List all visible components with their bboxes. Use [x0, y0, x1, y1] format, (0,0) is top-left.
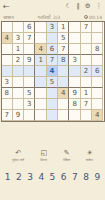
bulb-icon: ☀ [86, 150, 92, 157]
undo-button[interactable]: ↶पूर्ववत करें [12, 150, 24, 162]
undo-button-label: पूर्ववत करें [12, 158, 24, 162]
cell-r5c8[interactable]: 2 [81, 66, 92, 77]
hint-button-label: संकेत [86, 158, 93, 162]
cell-r1c8[interactable]: 7 [81, 22, 92, 33]
status-bar: आसान गलतियाँ: 2/3 00:14 [0, 13, 105, 21]
cell-r3c5[interactable]: 6 [47, 44, 58, 55]
cell-r5c7[interactable] [69, 66, 80, 77]
cell-r1c7[interactable] [69, 22, 80, 33]
topbar-icons: ☾∥⚙⋮ [66, 3, 102, 10]
numpad-1[interactable]: 1 [3, 172, 13, 182]
numpad-3[interactable]: 3 [25, 172, 35, 182]
cell-r1c5[interactable]: 3 [47, 22, 58, 33]
cell-r1c1[interactable] [2, 22, 13, 33]
numpad-4[interactable]: 4 [36, 172, 46, 182]
cell-r9c3[interactable] [24, 110, 35, 121]
cell-r5c2[interactable] [13, 66, 24, 77]
cell-r9c5[interactable] [47, 110, 58, 121]
cell-r1c4[interactable] [35, 22, 46, 33]
numpad-8[interactable]: 8 [81, 172, 91, 182]
cell-r8c2[interactable] [13, 99, 24, 110]
cell-r5c6[interactable] [58, 66, 69, 77]
cell-r2c9[interactable] [92, 33, 103, 44]
notes-button-label: पेंसिल [63, 158, 70, 162]
cell-r7c3[interactable]: 5 [24, 88, 35, 99]
hint-button[interactable]: ☀संकेत [86, 150, 93, 162]
numpad-2[interactable]: 2 [14, 172, 24, 182]
numpad-9[interactable]: 9 [92, 172, 102, 182]
cell-r9c8[interactable] [81, 110, 92, 121]
cell-r3c6[interactable]: 7 [58, 44, 69, 55]
cell-r8c6[interactable] [58, 99, 69, 110]
cell-r7c2[interactable] [13, 88, 24, 99]
cell-r2c8[interactable] [81, 33, 92, 44]
notes-button[interactable]: ✎पेंसिल [63, 150, 70, 162]
cell-r1c9[interactable] [92, 22, 103, 33]
cell-r9c9[interactable]: 4 [92, 110, 103, 121]
cell-r4c7[interactable]: 3 [69, 55, 80, 66]
cell-r4c4[interactable]: 1 [35, 55, 46, 66]
cell-r4c8[interactable] [81, 55, 92, 66]
settings-icon[interactable]: ⚙ [85, 3, 91, 10]
more-icon[interactable]: ⋮ [96, 3, 103, 10]
cell-r6c1[interactable]: 3 [2, 77, 13, 88]
cell-r3c9[interactable]: 8 [92, 44, 103, 55]
cell-r2c5[interactable] [47, 33, 58, 44]
cell-r9c4[interactable] [35, 110, 46, 121]
cell-r4c6[interactable]: 8 [58, 55, 69, 66]
cell-r8c3[interactable]: 3 [24, 99, 35, 110]
cell-r6c9[interactable] [92, 77, 103, 88]
cell-r7c5[interactable] [47, 88, 58, 99]
mistakes-counter: गलतियाँ: 2/3 [14, 15, 84, 20]
cell-r3c8[interactable] [81, 44, 92, 55]
cell-r8c8[interactable]: 7 [81, 99, 92, 110]
numpad-6[interactable]: 6 [59, 172, 69, 182]
sudoku-board: 63174375146782917834263585491387794 [1, 21, 105, 122]
number-pad: 123456789 [0, 172, 105, 182]
pencil-icon: ✎ [64, 150, 70, 157]
cell-r7c6[interactable]: 4 [58, 88, 69, 99]
eraser-icon: ◱ [40, 150, 47, 157]
cell-r4c1[interactable] [2, 55, 13, 66]
undo-icon: ↶ [15, 150, 21, 157]
cell-r4c2[interactable]: 2 [13, 55, 24, 66]
cell-r1c3[interactable]: 6 [24, 22, 35, 33]
cell-r2c4[interactable] [35, 33, 46, 44]
cell-r2c1[interactable]: 4 [2, 33, 13, 44]
timer: 00:14 [84, 15, 102, 20]
cell-r8c9[interactable] [92, 99, 103, 110]
cell-r9c1[interactable]: 7 [2, 110, 13, 121]
cell-r9c7[interactable] [69, 110, 80, 121]
cell-r3c4[interactable]: 4 [35, 44, 46, 55]
cell-r3c1[interactable] [2, 44, 13, 55]
cell-r7c1[interactable]: 8 [2, 88, 13, 99]
cell-r4c3[interactable]: 9 [24, 55, 35, 66]
cell-r6c7[interactable] [69, 77, 80, 88]
cell-r7c8[interactable]: 1 [81, 88, 92, 99]
cell-r6c3[interactable] [24, 77, 35, 88]
numpad-5[interactable]: 5 [47, 172, 57, 182]
cell-r4c5[interactable]: 7 [47, 55, 58, 66]
moon-icon[interactable]: ☾ [66, 3, 72, 10]
cell-r9c6[interactable] [58, 110, 69, 121]
cell-r3c7[interactable] [69, 44, 80, 55]
cell-r8c7[interactable]: 8 [69, 99, 80, 110]
cell-r1c6[interactable]: 1 [58, 22, 69, 33]
cell-r2c7[interactable] [69, 33, 80, 44]
top-bar: ← ☾∥⚙⋮ [0, 0, 105, 13]
clock-icon [84, 15, 88, 19]
difficulty-label: आसान [3, 15, 14, 20]
cell-r6c6[interactable] [58, 77, 69, 88]
cell-r2c2[interactable]: 3 [13, 33, 24, 44]
cell-r7c7[interactable]: 9 [69, 88, 80, 99]
cell-r7c4[interactable] [35, 88, 46, 99]
cell-r4c9[interactable] [92, 55, 103, 66]
cell-r1c2[interactable] [13, 22, 24, 33]
pause-icon[interactable]: ∥ [76, 3, 79, 10]
cell-r7c9[interactable] [92, 88, 103, 99]
cell-r6c2[interactable] [13, 77, 24, 88]
cell-r3c3[interactable] [24, 44, 35, 55]
erase-button-label: मिटाएं [40, 158, 47, 162]
timer-value: 00:14 [89, 15, 102, 20]
cell-r6c8[interactable] [81, 77, 92, 88]
toolbar: ↶पूर्ववत करें◱मिटाएं✎पेंसिल☀संकेत [0, 150, 105, 162]
cell-r3c2[interactable]: 1 [13, 44, 24, 55]
cell-r6c4[interactable] [35, 77, 46, 88]
cell-r8c4[interactable] [35, 99, 46, 110]
back-button[interactable]: ← [3, 3, 10, 11]
erase-button[interactable]: ◱मिटाएं [40, 150, 47, 162]
cell-r5c4[interactable] [35, 66, 46, 77]
cell-r8c1[interactable] [2, 99, 13, 110]
cell-r5c5[interactable]: 4 [47, 66, 58, 77]
cell-r5c9[interactable]: 6 [92, 66, 103, 77]
cell-r2c3[interactable]: 7 [24, 33, 35, 44]
cell-r8c5[interactable] [47, 99, 58, 110]
cell-r2c6[interactable]: 5 [58, 33, 69, 44]
cell-r5c3[interactable] [24, 66, 35, 77]
cell-r9c2[interactable]: 9 [13, 110, 24, 121]
cell-r6c5[interactable]: 5 [47, 77, 58, 88]
cell-r5c1[interactable] [2, 66, 13, 77]
numpad-7[interactable]: 7 [70, 172, 80, 182]
